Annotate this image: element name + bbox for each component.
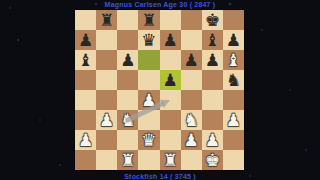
square-e3[interactable] (160, 110, 181, 130)
square-a7[interactable]: ♟ (75, 30, 96, 50)
square-g2[interactable]: ♟ (202, 130, 223, 150)
square-d6[interactable] (138, 50, 159, 70)
piece-white-pawn: ♟ (205, 132, 220, 149)
square-a3[interactable] (75, 110, 96, 130)
square-d2[interactable]: ♛ (138, 130, 159, 150)
square-e1[interactable]: ♜ (160, 150, 181, 170)
piece-black-pawn: ♟ (184, 52, 199, 69)
square-g6[interactable]: ♟ (202, 50, 223, 70)
piece-white-rook: ♜ (162, 152, 177, 169)
square-g8[interactable]: ♚ (202, 10, 223, 30)
piece-black-rook: ♜ (141, 12, 156, 29)
player-top-label: Magnus Carlsen Age 30 ( 2847 ) (0, 1, 320, 8)
square-f2[interactable]: ♟ (181, 130, 202, 150)
square-f4[interactable] (181, 90, 202, 110)
square-h2[interactable] (223, 130, 244, 150)
piece-black-rook: ♜ (99, 12, 114, 29)
square-b5[interactable] (96, 70, 117, 90)
piece-black-bishop: ♝ (78, 52, 93, 69)
video-frame: Magnus Carlsen Age 30 ( 2847 ) ♜♜♚♟♛♟♝♟♝… (0, 0, 320, 180)
square-c1[interactable]: ♜ (117, 150, 138, 170)
piece-black-pawn: ♟ (205, 52, 220, 69)
piece-white-pawn: ♟ (78, 132, 93, 149)
square-e5[interactable]: ♟ (160, 70, 181, 90)
square-h4[interactable] (223, 90, 244, 110)
square-b3[interactable]: ♟ (96, 110, 117, 130)
square-c8[interactable] (117, 10, 138, 30)
square-h3[interactable]: ♟ (223, 110, 244, 130)
piece-black-bishop: ♝ (205, 32, 220, 49)
square-a6[interactable]: ♝ (75, 50, 96, 70)
piece-black-king: ♚ (205, 12, 220, 29)
square-g4[interactable] (202, 90, 223, 110)
square-c7[interactable] (117, 30, 138, 50)
square-b8[interactable]: ♜ (96, 10, 117, 30)
square-f7[interactable] (181, 30, 202, 50)
square-f3[interactable]: ♞ (181, 110, 202, 130)
square-b1[interactable] (96, 150, 117, 170)
square-c5[interactable] (117, 70, 138, 90)
square-b7[interactable] (96, 30, 117, 50)
square-e4[interactable] (160, 90, 181, 110)
square-f5[interactable] (181, 70, 202, 90)
square-c3[interactable]: ♞ (117, 110, 138, 130)
piece-white-king: ♚ (205, 152, 220, 169)
square-e7[interactable]: ♟ (160, 30, 181, 50)
square-c2[interactable] (117, 130, 138, 150)
square-e2[interactable] (160, 130, 181, 150)
piece-white-pawn: ♟ (184, 132, 199, 149)
square-h1[interactable] (223, 150, 244, 170)
piece-black-knight: ♞ (226, 72, 241, 89)
piece-white-pawn: ♟ (141, 92, 156, 109)
piece-white-knight: ♞ (184, 112, 199, 129)
square-a4[interactable] (75, 90, 96, 110)
square-b2[interactable] (96, 130, 117, 150)
square-f8[interactable] (181, 10, 202, 30)
square-f1[interactable] (181, 150, 202, 170)
piece-white-queen: ♛ (141, 132, 156, 149)
square-g3[interactable] (202, 110, 223, 130)
piece-black-pawn: ♟ (162, 72, 177, 89)
square-d1[interactable] (138, 150, 159, 170)
square-a8[interactable] (75, 10, 96, 30)
square-h5[interactable]: ♞ (223, 70, 244, 90)
piece-black-pawn: ♟ (162, 32, 177, 49)
square-e6[interactable] (160, 50, 181, 70)
piece-white-bishop: ♝ (226, 52, 241, 69)
square-d8[interactable]: ♜ (138, 10, 159, 30)
square-b4[interactable] (96, 90, 117, 110)
square-e8[interactable] (160, 10, 181, 30)
square-d5[interactable] (138, 70, 159, 90)
square-g7[interactable]: ♝ (202, 30, 223, 50)
square-a5[interactable] (75, 70, 96, 90)
square-g1[interactable]: ♚ (202, 150, 223, 170)
square-d7[interactable]: ♛ (138, 30, 159, 50)
piece-black-pawn: ♟ (120, 52, 135, 69)
player-bottom-label: Stockfish 14 ( 3745 ) (0, 173, 320, 180)
square-g5[interactable] (202, 70, 223, 90)
piece-black-queen: ♛ (141, 32, 156, 49)
chess-board: ♜♜♚♟♛♟♝♟♝♟♟♟♝♟♞♟♟♞♞♟♟♛♟♟♜♜♚ (75, 10, 244, 170)
piece-white-pawn: ♟ (226, 112, 241, 129)
square-d4[interactable]: ♟ (138, 90, 159, 110)
square-f6[interactable]: ♟ (181, 50, 202, 70)
piece-white-pawn: ♟ (99, 112, 114, 129)
square-h6[interactable]: ♝ (223, 50, 244, 70)
piece-white-rook: ♜ (120, 152, 135, 169)
square-h8[interactable] (223, 10, 244, 30)
square-a2[interactable]: ♟ (75, 130, 96, 150)
piece-white-knight: ♞ (120, 112, 135, 129)
square-c4[interactable] (117, 90, 138, 110)
square-h7[interactable]: ♟ (223, 30, 244, 50)
square-b6[interactable] (96, 50, 117, 70)
square-d3[interactable] (138, 110, 159, 130)
piece-black-pawn: ♟ (78, 32, 93, 49)
piece-black-pawn: ♟ (226, 32, 241, 49)
square-a1[interactable] (75, 150, 96, 170)
square-c6[interactable]: ♟ (117, 50, 138, 70)
